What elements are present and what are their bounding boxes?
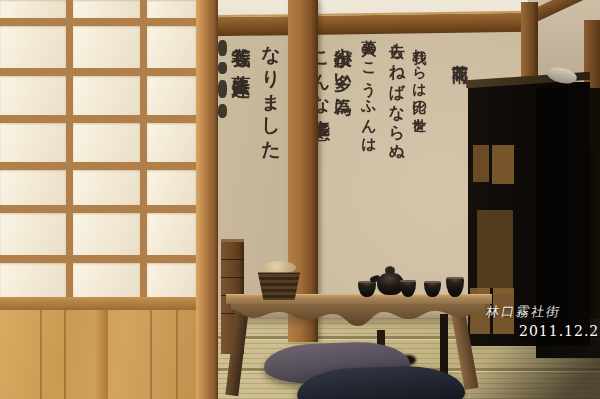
shoji-paper-lattice — [0, 0, 196, 297]
shoji-paper-cell — [73, 76, 140, 115]
shoji-paper-cell — [147, 123, 196, 162]
shoji-panel-stile — [96, 310, 108, 399]
cabinet-door — [477, 210, 513, 294]
room-photo: 花岡雨 我れらは比の世を 去らねばならぬ 蕃人のこうふんは 出役が多い為に こん… — [0, 0, 600, 399]
table-apron — [231, 302, 485, 332]
wood-grain — [64, 310, 66, 399]
shoji-paper-cell — [73, 213, 140, 255]
cabinet-panel — [492, 145, 514, 184]
wood-grain — [176, 310, 178, 399]
cloth-in-basket — [262, 261, 296, 274]
calligraphy-column: 蕃人のこうふんは — [361, 28, 376, 178]
calligraphy-partial-column — [218, 34, 227, 124]
shoji-paper-cell — [73, 263, 140, 297]
shoji-paper-cell — [147, 26, 196, 68]
shoji-paper-cell — [147, 76, 196, 115]
shoji-paper-cell — [73, 123, 140, 162]
shoji-door — [0, 0, 218, 399]
shoji-paper-cell — [147, 263, 196, 297]
shoji-paper-cell — [0, 170, 66, 205]
shoji-paper-cell — [0, 263, 66, 297]
calligraphy-column: 去らねばならぬ — [389, 30, 405, 172]
shoji-paper-cell — [147, 0, 196, 18]
watermark-location: 林口霧社街 — [484, 303, 578, 323]
shoji-paper-cell — [0, 76, 66, 115]
calligraphy-column: 我等も蕃人達に — [232, 32, 251, 202]
shoji-paper-cell — [0, 0, 66, 18]
shoji-paper-cell — [0, 213, 66, 255]
wood-grain — [40, 310, 42, 399]
shoji-bottom-rail — [0, 297, 218, 310]
shoji-right-stile — [196, 0, 218, 399]
watermark-date: 2011.12.27 — [519, 323, 599, 341]
shoji-paper-cell — [147, 170, 196, 205]
shoji-paper-cell — [73, 170, 140, 205]
woven-basket — [256, 268, 302, 300]
calligraphy-column: 我れらは比の世を — [413, 38, 427, 168]
cabinet-panel — [473, 145, 489, 182]
shoji-wood-panel — [0, 310, 218, 399]
shoji-paper-cell — [73, 26, 140, 68]
calligraphy-column: なりました — [262, 32, 281, 152]
shoji-paper-cell — [147, 213, 196, 255]
calligraphy-column: 出役が多い為に — [334, 33, 352, 198]
shoji-paper-cell — [0, 26, 66, 68]
shoji-paper-cell — [0, 123, 66, 162]
wood-grain — [150, 310, 152, 399]
shoji-paper-cell — [73, 0, 140, 18]
